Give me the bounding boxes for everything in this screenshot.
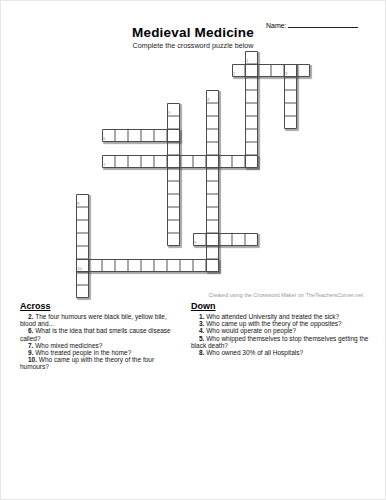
grid-cell[interactable] — [154, 155, 167, 168]
grid-cell[interactable] — [297, 64, 310, 77]
grid-cell[interactable] — [245, 155, 258, 168]
down-heading: Down — [191, 301, 371, 311]
grid-cell[interactable] — [206, 103, 219, 116]
grid-cell[interactable] — [167, 103, 180, 116]
grid-cell[interactable] — [284, 77, 297, 90]
grid-cell[interactable] — [154, 129, 167, 142]
clue-across-7: 7. Who mixed medicines? — [20, 342, 183, 349]
grid-cell[interactable] — [206, 116, 219, 129]
grid-cell[interactable] — [102, 259, 115, 272]
grid-cell[interactable] — [167, 129, 180, 142]
grid-cell[interactable] — [76, 285, 89, 298]
grid-cell[interactable] — [206, 155, 219, 168]
grid-cell[interactable] — [206, 90, 219, 103]
grid-cell[interactable] — [258, 64, 271, 77]
grid-cell[interactable] — [206, 142, 219, 155]
across-heading: Across — [20, 301, 183, 311]
grid-cell[interactable] — [245, 77, 258, 90]
grid-cell[interactable] — [76, 194, 89, 207]
clue-down-4: 4. Who would operate on people? — [191, 327, 371, 334]
grid-cell[interactable] — [206, 129, 219, 142]
grid-cell[interactable] — [167, 116, 180, 129]
clue-across-6: 6. What is the idea that bad smells caus… — [20, 327, 183, 341]
grid-cell[interactable] — [76, 220, 89, 233]
clue-down-1: 1. Who attended University and treated t… — [191, 313, 371, 320]
grid-cell[interactable] — [89, 259, 102, 272]
grid-cell[interactable] — [102, 155, 115, 168]
grid-cell[interactable] — [76, 207, 89, 220]
grid-cell[interactable] — [206, 168, 219, 181]
down-clue-list: 1. Who attended University and treated t… — [191, 313, 371, 356]
grid-cell[interactable] — [167, 155, 180, 168]
grid-cell[interactable] — [128, 259, 141, 272]
grid-cell[interactable] — [167, 194, 180, 207]
clue-down-5: 5. Who whipped themselves to stop themse… — [191, 335, 371, 349]
grid-cell[interactable] — [193, 233, 206, 246]
grid-cell[interactable] — [206, 220, 219, 233]
grid-cell[interactable] — [167, 142, 180, 155]
grid-cell[interactable] — [284, 116, 297, 129]
grid-cell[interactable] — [193, 155, 206, 168]
grid-cell[interactable] — [102, 129, 115, 142]
grid-cell[interactable] — [206, 259, 219, 272]
page-subtitle: Complete the crossword puzzle below — [0, 41, 386, 50]
grid-cell[interactable] — [219, 233, 232, 246]
worksheet-page: Name: Medieval Medicine Complete the cro… — [0, 0, 386, 500]
clue-across-10: 10. Who came up with the theory of the f… — [20, 356, 183, 370]
grid-cell[interactable] — [232, 64, 245, 77]
grid-cell[interactable] — [206, 207, 219, 220]
grid-cell[interactable] — [180, 155, 193, 168]
grid-cell[interactable] — [167, 207, 180, 220]
grid-cell[interactable] — [167, 168, 180, 181]
grid-cell[interactable] — [167, 259, 180, 272]
grid-cell[interactable] — [141, 155, 154, 168]
grid-cell[interactable] — [206, 246, 219, 259]
grid-cell[interactable] — [167, 181, 180, 194]
grid-cell[interactable] — [219, 155, 232, 168]
grid-cell[interactable] — [245, 90, 258, 103]
grid-cell[interactable] — [115, 155, 128, 168]
grid-cell[interactable] — [245, 142, 258, 155]
grid-cell[interactable] — [76, 233, 89, 246]
grid-cell[interactable] — [245, 103, 258, 116]
grid-cell[interactable] — [284, 90, 297, 103]
grid-cell[interactable] — [76, 272, 89, 285]
grid-cell[interactable] — [206, 181, 219, 194]
grid-cell[interactable] — [76, 259, 89, 272]
grid-cell[interactable] — [206, 233, 219, 246]
grid-cell[interactable] — [271, 64, 284, 77]
grid-cell[interactable] — [232, 155, 245, 168]
down-clues-section: Down 1. Who attended University and trea… — [191, 301, 371, 356]
grid-cell[interactable] — [284, 103, 297, 116]
clue-across-9: 9. Who treated people in the home? — [20, 349, 183, 356]
grid-cell[interactable] — [245, 51, 258, 64]
grid-cell[interactable] — [167, 233, 180, 246]
clue-across-2: 2. The four humours were black bile, yel… — [20, 313, 183, 327]
grid-cell[interactable] — [245, 233, 258, 246]
credit-text: Created using the Crossword Maker on The… — [208, 292, 363, 298]
grid-cell[interactable] — [232, 233, 245, 246]
grid-cell[interactable] — [154, 259, 167, 272]
grid-cell[interactable] — [76, 246, 89, 259]
grid-cell[interactable] — [193, 259, 206, 272]
grid-cell[interactable] — [206, 194, 219, 207]
grid-cell[interactable] — [115, 129, 128, 142]
grid-cell[interactable] — [115, 259, 128, 272]
grid-cell[interactable] — [128, 129, 141, 142]
across-clue-list: 2. The four humours were black bile, yel… — [20, 313, 183, 371]
grid-cell[interactable] — [141, 129, 154, 142]
grid-cell[interactable] — [284, 64, 297, 77]
grid-cell[interactable] — [141, 259, 154, 272]
grid-cell[interactable] — [245, 64, 258, 77]
page-title: Medieval Medicine — [0, 25, 386, 40]
grid-cell[interactable] — [167, 220, 180, 233]
grid-cell[interactable] — [180, 259, 193, 272]
grid-cell[interactable] — [128, 155, 141, 168]
clue-down-3: 3. Who came up with the theory of the op… — [191, 320, 371, 327]
across-clues-section: Across 2. The four humours were black bi… — [20, 301, 183, 371]
grid-cell[interactable] — [245, 129, 258, 142]
crossword-grid: 12345678910 — [76, 51, 310, 298]
clue-down-8: 8. Who owned 30% of all Hospitals? — [191, 349, 371, 356]
grid-cell[interactable] — [245, 116, 258, 129]
